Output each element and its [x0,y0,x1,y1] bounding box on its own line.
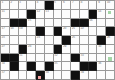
black-cell-r9c9 [71,71,80,80]
cell-r2c12[interactable]: 14 [97,10,106,19]
clue-number-35: 35 [54,62,57,65]
cell-r5c6[interactable] [45,36,54,45]
black-cell-r4c5 [36,27,45,36]
clue-number-13: 13 [45,10,48,13]
clue-number-4: 4 [37,1,39,4]
clue-number-17: 17 [2,27,5,30]
clue-number-14: 14 [98,10,101,13]
clue-number-30: 30 [98,45,101,48]
clue-number-15: 15 [28,19,31,22]
cell-r5c11[interactable] [89,36,98,45]
cell-r9c10[interactable]: 39 [80,71,89,80]
black-cell-r7c2 [10,54,19,63]
clue-number-37: 37 [2,71,5,74]
cell-r7c4[interactable] [27,54,36,63]
cell-r1c1[interactable]: 1 [1,1,10,10]
clue-number-3: 3 [19,1,21,4]
black-cell-r2c4 [27,10,36,19]
cell-r1c4[interactable] [27,1,36,10]
cell-r2c1[interactable]: 11 [1,10,10,19]
black-cell-r3c10 [80,19,89,28]
cell-r9c2[interactable] [10,71,19,80]
cell-r4c10[interactable]: 22 [80,27,89,36]
cell-r1c10[interactable]: 8 [80,1,89,10]
cell-r1c13[interactable]: 10 [106,1,115,10]
black-cell-r3c9 [71,19,80,28]
clue-number-23: 23 [2,36,5,39]
cell-r2c8[interactable] [62,10,71,19]
clue-number-16: 16 [89,19,92,22]
cell-r7c13[interactable] [106,54,115,63]
clue-number-28: 28 [28,45,31,48]
clue-number-24: 24 [37,36,40,39]
cell-r1c5[interactable]: 4 [36,1,45,10]
black-cell-r4c13 [106,27,115,36]
cell-r2c5[interactable]: 12 [36,10,45,19]
cell-r8c1[interactable]: 34 [1,62,10,71]
crossword-board: 1234567891011121314151617181920212223242… [0,0,115,80]
black-cell-r9c5 [36,71,45,80]
cell-r7c3[interactable]: 31 [19,54,28,63]
cell-r3c8[interactable] [62,19,71,28]
clue-number-26: 26 [107,36,110,39]
cell-r6c11[interactable] [89,45,98,54]
clue-number-11: 11 [2,10,5,13]
cell-r8c3[interactable] [19,62,28,71]
cell-r4c8[interactable]: 20 [62,27,71,36]
green-letter-mark [108,57,112,61]
cell-r3c7[interactable] [54,19,63,28]
cell-r6c2[interactable] [10,45,19,54]
cell-r7c11[interactable] [89,54,98,63]
cell-r3c5[interactable] [36,19,45,28]
cell-r5c10[interactable] [80,36,89,45]
black-cell-r8c2 [10,62,19,71]
cell-r3c13[interactable] [106,19,115,28]
clue-number-20: 20 [63,27,66,30]
cell-r2c10[interactable] [80,10,89,19]
cell-r9c12[interactable] [97,71,106,80]
cell-r3c4[interactable]: 15 [27,19,36,28]
cell-r9c11[interactable] [89,71,98,80]
clue-number-7: 7 [72,1,74,4]
pink-cursor-mark [38,76,42,79]
black-cell-r6c7 [54,45,63,54]
cell-r5c5[interactable]: 24 [36,36,45,45]
cell-r4c2[interactable]: 18 [10,27,19,36]
cell-r5c3[interactable] [19,36,28,45]
cell-r9c3[interactable] [19,71,28,80]
clue-number-5: 5 [54,1,56,4]
cell-r2c13[interactable] [106,10,115,19]
cell-r3c11[interactable]: 16 [89,19,98,28]
cell-r8c12[interactable]: 36 [97,62,106,71]
black-cell-r8c4 [27,62,36,71]
cell-r7c10[interactable]: 33 [80,54,89,63]
black-cell-r5c12 [97,36,106,45]
clue-number-2: 2 [10,1,12,4]
cell-r2c6[interactable]: 13 [45,10,54,19]
clue-number-21: 21 [72,27,75,30]
cell-r9c7[interactable] [54,71,63,80]
cell-r2c2[interactable] [10,10,19,19]
cell-r3c1[interactable] [1,19,10,28]
cell-r4c6[interactable] [45,27,54,36]
clue-number-18: 18 [10,27,13,30]
cell-r5c4[interactable] [27,36,36,45]
cell-r4c9[interactable]: 21 [71,27,80,36]
black-cell-r3c3 [19,19,28,28]
cell-r7c7[interactable]: 32 [54,54,63,63]
cell-r8c13[interactable] [106,62,115,71]
cell-r2c3[interactable] [19,10,28,19]
cell-r4c3[interactable]: 19 [19,27,28,36]
black-cell-r3c2 [10,19,19,28]
cell-r7c5[interactable] [36,54,45,63]
cell-r6c6[interactable] [45,45,54,54]
cell-r1c2[interactable]: 2 [10,1,19,10]
cell-r9c1[interactable]: 37 [1,71,10,80]
cell-r6c12[interactable]: 30 [97,45,106,54]
cell-r9c6[interactable]: 38 [45,71,54,80]
clue-number-9: 9 [98,1,100,4]
clue-number-34: 34 [2,62,5,65]
clue-number-1: 1 [2,1,4,4]
clue-number-39: 39 [80,71,83,74]
cell-r9c4[interactable] [27,71,36,80]
cell-r5c9[interactable]: 25 [71,36,80,45]
black-cell-r6c3 [19,45,28,54]
clue-number-19: 19 [19,27,22,30]
cell-r8c9[interactable] [71,62,80,71]
black-cell-r7c1 [1,54,10,63]
black-cell-r1c6 [45,1,54,10]
cell-r7c6[interactable] [45,54,54,63]
clue-number-36: 36 [98,62,101,65]
cell-r5c7[interactable] [54,36,63,45]
black-cell-r7c9 [71,54,80,63]
clue-number-27: 27 [2,45,5,48]
cell-r1c11[interactable] [89,1,98,10]
cell-r4c1[interactable]: 17 [1,27,10,36]
cell-r1c8[interactable]: 6 [62,1,71,10]
clue-number-25: 25 [72,36,75,39]
clue-number-31: 31 [19,54,22,57]
green-letter-mark [108,11,111,14]
cell-r6c1[interactable]: 27 [1,45,10,54]
cell-r2c9[interactable] [71,10,80,19]
cell-r6c5[interactable] [36,45,45,54]
clue-number-6: 6 [63,1,65,4]
cell-r7c12[interactable] [97,54,106,63]
black-cell-r5c8 [62,36,71,45]
cell-r7c8[interactable] [62,54,71,63]
clue-number-32: 32 [54,54,57,57]
cell-r5c2[interactable] [10,36,19,45]
black-cell-r4c7 [54,27,63,36]
clue-number-38: 38 [45,71,48,74]
clue-number-8: 8 [80,1,82,4]
black-cell-r8c10 [80,62,89,71]
black-cell-r8c6 [45,62,54,71]
cell-r5c1[interactable]: 23 [1,36,10,45]
clue-number-10: 10 [107,1,110,4]
cell-r1c12[interactable]: 9 [97,1,106,10]
black-cell-r2c11 [89,10,98,19]
clue-number-22: 22 [80,27,83,30]
cell-r9c8[interactable] [62,71,71,80]
cell-r6c9[interactable] [71,45,80,54]
cell-r5c13[interactable]: 26 [106,36,115,45]
cell-r4c4[interactable] [27,27,36,36]
cell-r3c6[interactable] [45,19,54,28]
cell-r8c5[interactable] [36,62,45,71]
cell-r2c7[interactable] [54,10,63,19]
cell-r1c7[interactable]: 5 [54,1,63,10]
cell-r9c13[interactable] [106,71,115,80]
cell-r6c8[interactable]: 29 [62,45,71,54]
cell-r8c7[interactable]: 35 [54,62,63,71]
clue-number-29: 29 [63,45,66,48]
black-cell-r8c11 [89,62,98,71]
cell-r6c13[interactable] [106,45,115,54]
cell-r4c11[interactable] [89,27,98,36]
cell-r4c12[interactable] [97,27,106,36]
cell-r6c4[interactable]: 28 [27,45,36,54]
cell-r1c3[interactable]: 3 [19,1,28,10]
cell-r1c9[interactable]: 7 [71,1,80,10]
cell-r6c10[interactable] [80,45,89,54]
clue-number-12: 12 [37,10,40,13]
clue-number-33: 33 [80,54,83,57]
cell-r8c8[interactable] [62,62,71,71]
cell-r3c12[interactable] [97,19,106,28]
